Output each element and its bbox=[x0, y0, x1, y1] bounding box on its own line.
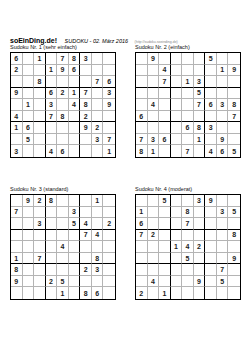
cell-r6c3 bbox=[34, 111, 46, 123]
cell-r7c4 bbox=[171, 264, 183, 276]
cell-r6c8 bbox=[92, 111, 104, 123]
cell-r2c1 bbox=[136, 65, 148, 77]
cell-r2c9 bbox=[103, 65, 115, 77]
cell-r7c6 bbox=[69, 122, 81, 134]
cell-r3c4 bbox=[171, 218, 183, 230]
cell-r9c6 bbox=[194, 145, 206, 157]
puzzle-4-label: Sudoku Nr. 4 (moderat) bbox=[135, 185, 242, 194]
cell-r9c8: 6 bbox=[92, 287, 104, 299]
cell-r7c4 bbox=[46, 122, 58, 134]
cell-r3c9 bbox=[228, 76, 240, 88]
cell-r8c3 bbox=[34, 134, 46, 146]
sudoku-sheet: soEinDing.de! SUDOKU - 02. März 2016 (ht… bbox=[0, 0, 250, 353]
sudoku-board-1: 61783219687696217313489478216925373461 bbox=[10, 52, 116, 158]
cell-r4c4 bbox=[171, 230, 183, 242]
cell-r5c8 bbox=[92, 241, 104, 253]
cell-r4c1 bbox=[11, 230, 23, 242]
cell-r5c3 bbox=[159, 241, 171, 253]
cell-r5c7 bbox=[205, 241, 217, 253]
cell-r8c9 bbox=[228, 276, 240, 288]
cell-r8c5: 5 bbox=[57, 276, 69, 288]
cell-r4c7 bbox=[205, 230, 217, 242]
cell-r4c6 bbox=[69, 230, 81, 242]
cell-r3c1 bbox=[11, 76, 23, 88]
cell-r5c4 bbox=[46, 241, 58, 253]
cell-r9c1 bbox=[11, 287, 23, 299]
cell-r1c6 bbox=[194, 53, 206, 65]
cell-r4c3 bbox=[159, 88, 171, 100]
cell-r5c7 bbox=[80, 241, 92, 253]
cell-r6c5: 5 bbox=[182, 253, 194, 265]
cell-r5c8 bbox=[92, 99, 104, 111]
cell-r9c8 bbox=[217, 287, 229, 299]
cell-r6c4: 7 bbox=[46, 111, 58, 123]
cell-r6c3 bbox=[159, 111, 171, 123]
cell-r4c4: 6 bbox=[46, 88, 58, 100]
cell-r7c4 bbox=[46, 264, 58, 276]
cell-r6c5 bbox=[182, 111, 194, 123]
cell-r2c2 bbox=[23, 207, 35, 219]
cell-r5c3 bbox=[34, 99, 46, 111]
cell-r1c2 bbox=[23, 53, 35, 65]
cell-r5c7: 6 bbox=[205, 99, 217, 111]
cell-r2c5: 8 bbox=[182, 207, 194, 219]
cell-r8c1: 7 bbox=[136, 134, 148, 146]
cell-r6c5 bbox=[57, 253, 69, 265]
cell-r1c1 bbox=[136, 53, 148, 65]
cell-r4c3 bbox=[34, 230, 46, 242]
cell-r1c9 bbox=[228, 195, 240, 207]
cell-r8c2: 4 bbox=[148, 276, 160, 288]
cell-r4c9: 8 bbox=[228, 230, 240, 242]
cell-r4c8 bbox=[92, 88, 104, 100]
cell-r5c1 bbox=[11, 241, 23, 253]
cell-r4c8 bbox=[217, 230, 229, 242]
cell-r6c8 bbox=[217, 253, 229, 265]
cell-r1c8 bbox=[217, 53, 229, 65]
cell-r9c9: 1 bbox=[103, 145, 115, 157]
cell-r1c5 bbox=[57, 195, 69, 207]
puzzle-3: Sudoku Nr. 3 (standard) 9281733542744178… bbox=[10, 185, 117, 300]
cell-r1c7: 5 bbox=[205, 53, 217, 65]
cell-r1c4: 8 bbox=[46, 195, 58, 207]
cell-r4c9 bbox=[228, 88, 240, 100]
cell-r3c3: 7 bbox=[159, 76, 171, 88]
cell-r2c4 bbox=[171, 65, 183, 77]
cell-r5c2: 1 bbox=[23, 99, 35, 111]
cell-r9c1: 8 bbox=[136, 145, 148, 157]
cell-r3c5: 7 bbox=[182, 218, 194, 230]
cell-r8c3 bbox=[159, 276, 171, 288]
cell-r8c5 bbox=[182, 276, 194, 288]
cell-r3c4 bbox=[46, 218, 58, 230]
cell-r7c8: 7 bbox=[217, 264, 229, 276]
cell-r7c1: 1 bbox=[11, 122, 23, 134]
cell-r6c9 bbox=[103, 253, 115, 265]
cell-r3c6 bbox=[69, 76, 81, 88]
cell-r5c1 bbox=[136, 241, 148, 253]
cell-r4c1 bbox=[136, 88, 148, 100]
cell-r9c1: 2 bbox=[136, 287, 148, 299]
cell-r8c6: 1 bbox=[194, 134, 206, 146]
cell-r7c5: 6 bbox=[182, 122, 194, 134]
cell-r1c7: 9 bbox=[205, 195, 217, 207]
cell-r1c9 bbox=[103, 195, 115, 207]
cell-r4c9 bbox=[103, 230, 115, 242]
cell-r1c3: 5 bbox=[159, 195, 171, 207]
puzzle-4: Sudoku Nr. 4 (moderat) 53918356772814259… bbox=[135, 185, 242, 300]
cell-r9c2 bbox=[23, 145, 35, 157]
cell-r8c1 bbox=[136, 276, 148, 288]
cell-r3c3: 8 bbox=[34, 76, 46, 88]
cell-r6c7 bbox=[80, 253, 92, 265]
cell-r1c7: 3 bbox=[80, 53, 92, 65]
cell-r2c9: 9 bbox=[228, 65, 240, 77]
cell-r5c6 bbox=[69, 241, 81, 253]
cell-r2c8 bbox=[92, 65, 104, 77]
cell-r3c7 bbox=[205, 76, 217, 88]
cell-r7c7: 9 bbox=[80, 122, 92, 134]
cell-r1c8 bbox=[217, 195, 229, 207]
cell-r2c3 bbox=[159, 207, 171, 219]
cell-r5c8: 3 bbox=[217, 99, 229, 111]
cell-r1c6: 8 bbox=[69, 53, 81, 65]
cell-r6c1: 4 bbox=[11, 111, 23, 123]
cell-r2c5 bbox=[57, 207, 69, 219]
cell-r4c4 bbox=[171, 88, 183, 100]
cell-r2c9: 5 bbox=[228, 207, 240, 219]
cell-r9c6 bbox=[69, 287, 81, 299]
cell-r4c3 bbox=[159, 230, 171, 242]
cell-r6c4 bbox=[171, 253, 183, 265]
cell-r6c4 bbox=[46, 253, 58, 265]
cell-r5c8 bbox=[217, 241, 229, 253]
cell-r8c2: 5 bbox=[23, 134, 35, 146]
cell-r9c6 bbox=[194, 287, 206, 299]
cell-r4c2 bbox=[23, 230, 35, 242]
cell-r2c3 bbox=[34, 207, 46, 219]
cell-r7c3 bbox=[34, 122, 46, 134]
cell-r2c6 bbox=[194, 207, 206, 219]
cell-r1c4 bbox=[171, 195, 183, 207]
cell-r8c3: 6 bbox=[159, 134, 171, 146]
cell-r1c1 bbox=[136, 195, 148, 207]
cell-r1c7 bbox=[80, 195, 92, 207]
cell-r5c1 bbox=[11, 99, 23, 111]
cell-r1c9 bbox=[228, 53, 240, 65]
cell-r6c7 bbox=[205, 111, 217, 123]
cell-r8c9: 7 bbox=[103, 134, 115, 146]
cell-r7c6 bbox=[194, 264, 206, 276]
cell-r9c5: 7 bbox=[182, 145, 194, 157]
cell-r4c5: 2 bbox=[57, 88, 69, 100]
cell-r2c7 bbox=[80, 207, 92, 219]
cell-r3c5: 1 bbox=[182, 76, 194, 88]
cell-r6c1: 1 bbox=[11, 253, 23, 265]
cell-r8c7 bbox=[80, 276, 92, 288]
cell-r4c6: 1 bbox=[69, 88, 81, 100]
cell-r7c9 bbox=[228, 264, 240, 276]
cell-r6c8 bbox=[217, 111, 229, 123]
cell-r5c4: 1 bbox=[171, 241, 183, 253]
cell-r3c1: 6 bbox=[136, 218, 148, 230]
cell-r8c6 bbox=[69, 276, 81, 288]
cell-r8c6 bbox=[69, 134, 81, 146]
cell-r4c7 bbox=[205, 88, 217, 100]
cell-r3c7 bbox=[80, 76, 92, 88]
cell-r6c6 bbox=[194, 111, 206, 123]
cell-r7c7: 2 bbox=[80, 264, 92, 276]
cell-r8c7 bbox=[205, 134, 217, 146]
cell-r8c4: 2 bbox=[46, 276, 58, 288]
cell-r8c1: 9 bbox=[11, 276, 23, 288]
cell-r9c7: 8 bbox=[80, 287, 92, 299]
cell-r5c2 bbox=[148, 241, 160, 253]
cell-r2c7 bbox=[205, 65, 217, 77]
cell-r3c8 bbox=[217, 218, 229, 230]
cell-r7c1 bbox=[136, 122, 148, 134]
cell-r7c9 bbox=[103, 264, 115, 276]
cell-r2c1: 1 bbox=[136, 207, 148, 219]
cell-r3c8 bbox=[217, 76, 229, 88]
cell-r4c6: 5 bbox=[194, 88, 206, 100]
cell-r3c2 bbox=[148, 76, 160, 88]
cell-r1c3: 1 bbox=[34, 53, 46, 65]
cell-r7c2 bbox=[148, 122, 160, 134]
cell-r7c2 bbox=[23, 264, 35, 276]
cell-r3c9 bbox=[228, 218, 240, 230]
cell-r2c2 bbox=[148, 65, 160, 77]
cell-r4c5 bbox=[57, 230, 69, 242]
cell-r2c4: 1 bbox=[46, 65, 58, 77]
cell-r2c7 bbox=[80, 65, 92, 77]
cell-r1c9 bbox=[103, 53, 115, 65]
cell-r9c7 bbox=[80, 145, 92, 157]
cell-r1c1 bbox=[11, 195, 23, 207]
cell-r1c6: 3 bbox=[194, 195, 206, 207]
puzzle-3-label: Sudoku Nr. 3 (standard) bbox=[10, 185, 117, 194]
cell-r2c8 bbox=[92, 207, 104, 219]
cell-r9c1: 3 bbox=[11, 145, 23, 157]
cell-r5c9 bbox=[228, 241, 240, 253]
cell-r5c4 bbox=[171, 99, 183, 111]
cell-r4c5 bbox=[182, 230, 194, 242]
cell-r5c6: 7 bbox=[194, 99, 206, 111]
cell-r7c9 bbox=[228, 122, 240, 134]
cell-r6c3: 7 bbox=[34, 253, 46, 265]
cell-r9c8: 6 bbox=[217, 145, 229, 157]
cell-r3c1 bbox=[136, 76, 148, 88]
cell-r3c5 bbox=[57, 76, 69, 88]
cell-r7c5 bbox=[57, 264, 69, 276]
cell-r1c8: 1 bbox=[92, 195, 104, 207]
cell-r5c9 bbox=[103, 241, 115, 253]
cell-r7c7 bbox=[205, 264, 217, 276]
cell-r8c5 bbox=[182, 134, 194, 146]
puzzle-1: Sudoku Nr. 1 (sehr einfach) 617832196876… bbox=[10, 43, 117, 158]
cell-r9c2 bbox=[23, 287, 35, 299]
cell-r3c6: 3 bbox=[194, 76, 206, 88]
cell-r5c2 bbox=[23, 241, 35, 253]
sudoku-board-2: 954197135476386768373619817465 bbox=[135, 52, 241, 158]
cell-r6c2 bbox=[23, 253, 35, 265]
cell-r8c7 bbox=[205, 276, 217, 288]
cell-r2c6: 3 bbox=[69, 207, 81, 219]
cell-r6c6 bbox=[194, 253, 206, 265]
cell-r5c4: 3 bbox=[46, 99, 58, 111]
cell-r5c3 bbox=[159, 99, 171, 111]
cell-r3c9: 2 bbox=[103, 218, 115, 230]
cell-r6c4 bbox=[171, 111, 183, 123]
cell-r6c9: 7 bbox=[228, 111, 240, 123]
cell-r6c1: 6 bbox=[136, 111, 148, 123]
cell-r2c6: 6 bbox=[69, 65, 81, 77]
cell-r8c8: 5 bbox=[217, 276, 229, 288]
cell-r8c1 bbox=[11, 134, 23, 146]
cell-r5c2: 4 bbox=[148, 99, 160, 111]
cell-r6c2 bbox=[148, 111, 160, 123]
cell-r6c1 bbox=[136, 253, 148, 265]
cell-r4c8: 4 bbox=[92, 230, 104, 242]
cell-r9c3: 1 bbox=[159, 287, 171, 299]
cell-r4c7: 7 bbox=[80, 230, 92, 242]
cell-r9c9 bbox=[103, 287, 115, 299]
cell-r6c5: 8 bbox=[57, 111, 69, 123]
sudoku-board-4: 53918356772814259749521 bbox=[135, 194, 241, 300]
cell-r1c1: 6 bbox=[11, 53, 23, 65]
cell-r9c3 bbox=[34, 145, 46, 157]
cell-r2c4 bbox=[46, 207, 58, 219]
cell-r9c9: 5 bbox=[228, 145, 240, 157]
cell-r3c7 bbox=[205, 218, 217, 230]
cell-r8c7 bbox=[80, 134, 92, 146]
puzzle-2: Sudoku Nr. 2 (einfach) 95419713547638676… bbox=[135, 43, 242, 158]
cell-r2c1: 7 bbox=[11, 207, 23, 219]
cell-r4c3 bbox=[34, 88, 46, 100]
puzzle-2-label: Sudoku Nr. 2 (einfach) bbox=[135, 43, 242, 52]
cell-r4c5 bbox=[182, 88, 194, 100]
cell-r6c3 bbox=[159, 253, 171, 265]
cell-r8c4 bbox=[171, 134, 183, 146]
cell-r1c8 bbox=[92, 53, 104, 65]
cell-r2c4 bbox=[171, 207, 183, 219]
cell-r9c6 bbox=[69, 145, 81, 157]
cell-r8c4 bbox=[171, 276, 183, 288]
cell-r2c7 bbox=[205, 207, 217, 219]
cell-r9c8 bbox=[92, 145, 104, 157]
cell-r3c2 bbox=[23, 218, 35, 230]
cell-r3c3: 3 bbox=[34, 218, 46, 230]
cell-r3c2 bbox=[148, 218, 160, 230]
cell-r5c5: 4 bbox=[57, 241, 69, 253]
cell-r3c4 bbox=[171, 76, 183, 88]
cell-r2c6 bbox=[194, 65, 206, 77]
cell-r3c5 bbox=[57, 218, 69, 230]
cell-r1c3 bbox=[159, 53, 171, 65]
cell-r3c7: 4 bbox=[80, 218, 92, 230]
cell-r3c6: 5 bbox=[69, 218, 81, 230]
cell-r5c6: 4 bbox=[69, 99, 81, 111]
cell-r1c4 bbox=[171, 53, 183, 65]
cell-r4c6 bbox=[194, 230, 206, 242]
cell-r3c4 bbox=[46, 76, 58, 88]
cell-r6c7 bbox=[205, 253, 217, 265]
cell-r7c3 bbox=[34, 264, 46, 276]
cell-r5c5: 4 bbox=[182, 241, 194, 253]
cell-r9c4 bbox=[171, 145, 183, 157]
cell-r4c2 bbox=[148, 88, 160, 100]
cell-r2c8: 1 bbox=[217, 65, 229, 77]
cell-r8c2: 3 bbox=[148, 134, 160, 146]
cell-r6c8: 8 bbox=[92, 253, 104, 265]
cell-r1c2: 9 bbox=[148, 53, 160, 65]
cell-r2c1: 2 bbox=[11, 65, 23, 77]
cell-r7c1 bbox=[136, 264, 148, 276]
cell-r2c5 bbox=[182, 65, 194, 77]
cell-r9c5: 6 bbox=[57, 145, 69, 157]
cell-r7c8: 2 bbox=[92, 122, 104, 134]
cell-r2c9 bbox=[103, 207, 115, 219]
cell-r8c3 bbox=[34, 276, 46, 288]
cell-r3c3 bbox=[159, 218, 171, 230]
cell-r8c4 bbox=[46, 134, 58, 146]
cell-r9c5 bbox=[182, 287, 194, 299]
cell-r8c5 bbox=[57, 134, 69, 146]
cell-r7c4 bbox=[171, 122, 183, 134]
cell-r1c2 bbox=[148, 195, 160, 207]
cell-r1c5 bbox=[182, 195, 194, 207]
cell-r7c1: 8 bbox=[11, 264, 23, 276]
cell-r4c4 bbox=[46, 230, 58, 242]
cell-r9c4 bbox=[171, 287, 183, 299]
cell-r7c5 bbox=[57, 122, 69, 134]
cell-r8c6: 9 bbox=[194, 276, 206, 288]
cell-r7c6: 8 bbox=[194, 122, 206, 134]
cell-r6c7: 2 bbox=[80, 111, 92, 123]
cell-r8c8: 9 bbox=[217, 134, 229, 146]
cell-r7c2: 6 bbox=[23, 122, 35, 134]
cell-r9c7: 4 bbox=[205, 145, 217, 157]
cell-r9c9 bbox=[228, 287, 240, 299]
cell-r5c7: 8 bbox=[80, 99, 92, 111]
cell-r2c3 bbox=[34, 65, 46, 77]
cell-r3c8: 7 bbox=[92, 76, 104, 88]
cell-r6c6 bbox=[69, 253, 81, 265]
cell-r2c8: 3 bbox=[217, 207, 229, 219]
cell-r3c2 bbox=[23, 76, 35, 88]
cell-r5c3 bbox=[34, 241, 46, 253]
cell-r8c8: 3 bbox=[92, 134, 104, 146]
cell-r9c3 bbox=[34, 287, 46, 299]
cell-r5c6: 2 bbox=[194, 241, 206, 253]
cell-r3c9: 6 bbox=[103, 76, 115, 88]
cell-r7c7: 3 bbox=[205, 122, 217, 134]
cell-r5c5 bbox=[57, 99, 69, 111]
cell-r2c2 bbox=[148, 207, 160, 219]
cell-r1c3: 2 bbox=[34, 195, 46, 207]
cell-r4c7: 7 bbox=[80, 88, 92, 100]
cell-r4c2 bbox=[23, 88, 35, 100]
cell-r7c9 bbox=[103, 122, 115, 134]
cell-r4c9: 3 bbox=[103, 88, 115, 100]
cell-r9c7 bbox=[205, 287, 217, 299]
cell-r3c1 bbox=[11, 218, 23, 230]
cell-r7c8: 3 bbox=[92, 264, 104, 276]
cell-r9c4 bbox=[46, 287, 58, 299]
cell-r6c9: 9 bbox=[228, 253, 240, 265]
cell-r4c1: 9 bbox=[11, 88, 23, 100]
sudoku-board-3: 9281733542744178823925186 bbox=[10, 194, 116, 300]
